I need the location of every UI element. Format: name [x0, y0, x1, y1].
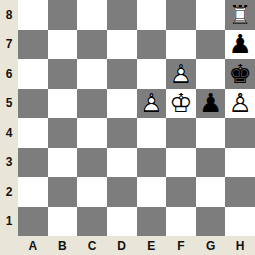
file-label-a: A [18, 236, 48, 255]
square-f7[interactable] [166, 30, 196, 60]
square-e1[interactable] [137, 207, 167, 237]
square-d6[interactable] [107, 59, 137, 89]
rank-label-8: 8 [0, 0, 18, 30]
square-c5[interactable] [77, 89, 107, 119]
square-b8[interactable] [48, 0, 78, 30]
rank-label-3: 3 [0, 148, 18, 178]
square-e3[interactable] [137, 148, 167, 178]
square-f3[interactable] [166, 148, 196, 178]
square-b2[interactable] [48, 177, 78, 207]
square-b1[interactable] [48, 207, 78, 237]
square-a6[interactable] [18, 59, 48, 89]
square-c4[interactable] [77, 118, 107, 148]
black-pawn-icon[interactable]: ♟ [196, 89, 226, 119]
square-h3[interactable] [225, 148, 255, 178]
square-f4[interactable] [166, 118, 196, 148]
square-g4[interactable] [196, 118, 226, 148]
file-labels: ABCDEFGH [18, 236, 255, 255]
square-a3[interactable] [18, 148, 48, 178]
file-label-e: E [137, 236, 167, 255]
square-b6[interactable] [48, 59, 78, 89]
square-c7[interactable] [77, 30, 107, 60]
square-a4[interactable] [18, 118, 48, 148]
square-b4[interactable] [48, 118, 78, 148]
square-a2[interactable] [18, 177, 48, 207]
square-c6[interactable] [77, 59, 107, 89]
square-c1[interactable] [77, 207, 107, 237]
square-b5[interactable] [48, 89, 78, 119]
white-king-icon[interactable]: ♚♔ [166, 89, 196, 119]
square-e8[interactable] [137, 0, 167, 30]
file-label-h: H [225, 236, 255, 255]
square-e5[interactable]: ♟♙ [137, 89, 167, 119]
square-e6[interactable] [137, 59, 167, 89]
square-g5[interactable]: ♟ [196, 89, 226, 119]
square-h8[interactable]: ♜♖ [225, 0, 255, 30]
square-f2[interactable] [166, 177, 196, 207]
square-g8[interactable] [196, 0, 226, 30]
square-d8[interactable] [107, 0, 137, 30]
board: ♜♖♟♟♙♚♟♙♚♔♟♟♙ [18, 0, 255, 236]
rank-labels: 87654321 [0, 0, 18, 236]
file-label-d: D [107, 236, 137, 255]
square-h7[interactable]: ♟ [225, 30, 255, 60]
square-g6[interactable] [196, 59, 226, 89]
square-a8[interactable] [18, 0, 48, 30]
square-c8[interactable] [77, 0, 107, 30]
black-pawn-icon[interactable]: ♟ [225, 30, 255, 60]
square-e2[interactable] [137, 177, 167, 207]
square-d2[interactable] [107, 177, 137, 207]
square-c3[interactable] [77, 148, 107, 178]
white-pawn-icon[interactable]: ♟♙ [137, 89, 167, 119]
square-d3[interactable] [107, 148, 137, 178]
square-f8[interactable] [166, 0, 196, 30]
rank-label-5: 5 [0, 89, 18, 119]
rank-label-2: 2 [0, 177, 18, 207]
square-h5[interactable]: ♟♙ [225, 89, 255, 119]
square-h1[interactable] [225, 207, 255, 237]
rank-label-1: 1 [0, 207, 18, 237]
square-d1[interactable] [107, 207, 137, 237]
square-b7[interactable] [48, 30, 78, 60]
file-label-f: F [166, 236, 196, 255]
square-h6[interactable]: ♚ [225, 59, 255, 89]
square-a1[interactable] [18, 207, 48, 237]
square-e4[interactable] [137, 118, 167, 148]
square-a5[interactable] [18, 89, 48, 119]
square-d7[interactable] [107, 30, 137, 60]
square-f6[interactable]: ♟♙ [166, 59, 196, 89]
square-h2[interactable] [225, 177, 255, 207]
square-g2[interactable] [196, 177, 226, 207]
square-h4[interactable] [225, 118, 255, 148]
rank-label-7: 7 [0, 30, 18, 60]
rank-label-6: 6 [0, 59, 18, 89]
square-e7[interactable] [137, 30, 167, 60]
square-g3[interactable] [196, 148, 226, 178]
square-g1[interactable] [196, 207, 226, 237]
square-d5[interactable] [107, 89, 137, 119]
file-label-b: B [48, 236, 78, 255]
chess-diagram: 87654321 ♜♖♟♟♙♚♟♙♚♔♟♟♙ ABCDEFGH [0, 0, 255, 255]
square-f1[interactable] [166, 207, 196, 237]
white-rook-icon[interactable]: ♜♖ [225, 0, 255, 30]
black-king-icon[interactable]: ♚ [225, 59, 255, 89]
white-pawn-icon[interactable]: ♟♙ [166, 59, 196, 89]
file-label-g: G [196, 236, 226, 255]
square-f5[interactable]: ♚♔ [166, 89, 196, 119]
rank-label-4: 4 [0, 118, 18, 148]
square-a7[interactable] [18, 30, 48, 60]
square-g7[interactable] [196, 30, 226, 60]
square-b3[interactable] [48, 148, 78, 178]
file-label-c: C [77, 236, 107, 255]
square-c2[interactable] [77, 177, 107, 207]
square-d4[interactable] [107, 118, 137, 148]
white-pawn-icon[interactable]: ♟♙ [225, 89, 255, 119]
